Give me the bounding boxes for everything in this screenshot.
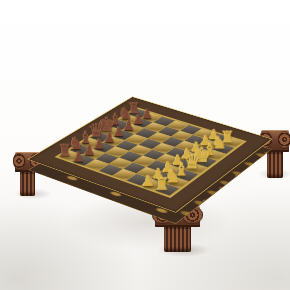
chess-board: ♜♟♟♜♞♟♟♞♝♟♟♝♚♟♟♚♛♟♟♛♝♟♟♝♞♟♟♞♜♟♟♜ (27, 97, 272, 213)
board-marble-frame: ♜♟♟♜♞♟♟♞♝♟♟♝♚♟♟♚♛♟♟♛♝♟♟♝♞♟♟♞♜♟♟♜ (27, 97, 272, 213)
fluted-shaft (20, 172, 35, 196)
fluted-shaft (267, 152, 283, 178)
fluted-shaft (164, 227, 190, 252)
piece-copper-pawn: ♟ (70, 149, 86, 163)
square-a6 (85, 160, 108, 171)
chess-set-photo: ♜♟♟♜♞♟♟♞♝♟♟♝♚♟♟♚♛♟♟♛♝♟♟♝♞♟♟♞♜♟♟♜ (0, 0, 290, 290)
piece-gold-rook: ♜ (154, 176, 171, 193)
